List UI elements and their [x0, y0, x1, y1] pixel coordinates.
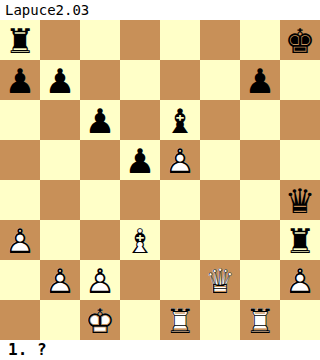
square-f1[interactable]	[200, 300, 240, 340]
square-h4[interactable]: ♛	[280, 180, 320, 220]
square-e1[interactable]: ♜♖	[160, 300, 200, 340]
square-e8[interactable]	[160, 20, 200, 60]
black-bishop[interactable]: ♝	[160, 100, 200, 140]
piece-glyph: ♟	[0, 60, 40, 100]
piece-glyph-outline: ♖	[240, 300, 280, 340]
black-rook[interactable]: ♜	[280, 220, 320, 260]
piece-glyph: ♟	[80, 100, 120, 140]
chess-program-window: Lapuce2.03 ♜♚♟♟♟♟♝♟♟♙♛♟♙♝♗♜♟♙♟♙♛♕♟♙♚♔♜♖♜…	[0, 0, 320, 360]
square-h7[interactable]	[280, 60, 320, 100]
square-h1[interactable]	[280, 300, 320, 340]
square-h2[interactable]: ♟♙	[280, 260, 320, 300]
square-a1[interactable]	[0, 300, 40, 340]
square-g5[interactable]	[240, 140, 280, 180]
piece-glyph: ♟	[40, 60, 80, 100]
black-pawn[interactable]: ♟	[40, 60, 80, 100]
square-b5[interactable]	[40, 140, 80, 180]
square-f5[interactable]	[200, 140, 240, 180]
square-f7[interactable]	[200, 60, 240, 100]
square-g1[interactable]: ♜♖	[240, 300, 280, 340]
square-a3[interactable]: ♟♙	[0, 220, 40, 260]
piece-glyph-outline: ♔	[80, 300, 120, 340]
piece-glyph-outline: ♗	[120, 220, 160, 260]
piece-glyph-outline: ♖	[160, 300, 200, 340]
square-b8[interactable]	[40, 20, 80, 60]
piece-glyph-outline: ♙	[280, 260, 320, 300]
chess-board: ♜♚♟♟♟♟♝♟♟♙♛♟♙♝♗♜♟♙♟♙♛♕♟♙♚♔♜♖♜♖	[0, 20, 320, 340]
white-queen[interactable]: ♛♕	[200, 260, 240, 300]
square-e7[interactable]	[160, 60, 200, 100]
black-pawn[interactable]: ♟	[0, 60, 40, 100]
square-a6[interactable]	[0, 100, 40, 140]
square-d4[interactable]	[120, 180, 160, 220]
square-g2[interactable]	[240, 260, 280, 300]
move-prompt: 1. ?	[0, 340, 320, 360]
square-c3[interactable]	[80, 220, 120, 260]
square-g7[interactable]: ♟	[240, 60, 280, 100]
square-f6[interactable]	[200, 100, 240, 140]
black-king[interactable]: ♚	[280, 20, 320, 60]
square-a2[interactable]	[0, 260, 40, 300]
piece-glyph: ♟	[120, 140, 160, 180]
square-b6[interactable]	[40, 100, 80, 140]
square-d7[interactable]	[120, 60, 160, 100]
square-a8[interactable]: ♜	[0, 20, 40, 60]
square-h3[interactable]: ♜	[280, 220, 320, 260]
white-pawn[interactable]: ♟♙	[280, 260, 320, 300]
white-bishop[interactable]: ♝♗	[120, 220, 160, 260]
square-g4[interactable]	[240, 180, 280, 220]
square-a5[interactable]	[0, 140, 40, 180]
square-f2[interactable]: ♛♕	[200, 260, 240, 300]
square-d5[interactable]: ♟	[120, 140, 160, 180]
white-rook[interactable]: ♜♖	[240, 300, 280, 340]
square-h5[interactable]	[280, 140, 320, 180]
square-e5[interactable]: ♟♙	[160, 140, 200, 180]
white-pawn[interactable]: ♟♙	[80, 260, 120, 300]
square-b3[interactable]	[40, 220, 80, 260]
square-c8[interactable]	[80, 20, 120, 60]
piece-glyph-outline: ♙	[0, 220, 40, 260]
piece-glyph: ♟	[240, 60, 280, 100]
square-h8[interactable]: ♚	[280, 20, 320, 60]
square-b2[interactable]: ♟♙	[40, 260, 80, 300]
piece-glyph-outline: ♙	[160, 140, 200, 180]
piece-glyph: ♜	[280, 220, 320, 260]
white-pawn[interactable]: ♟♙	[40, 260, 80, 300]
square-d6[interactable]	[120, 100, 160, 140]
square-a4[interactable]	[0, 180, 40, 220]
black-pawn[interactable]: ♟	[240, 60, 280, 100]
black-rook[interactable]: ♜	[0, 20, 40, 60]
white-king[interactable]: ♚♔	[80, 300, 120, 340]
square-e3[interactable]	[160, 220, 200, 260]
white-pawn[interactable]: ♟♙	[0, 220, 40, 260]
square-d3[interactable]: ♝♗	[120, 220, 160, 260]
black-queen[interactable]: ♛	[280, 180, 320, 220]
piece-glyph-outline: ♙	[80, 260, 120, 300]
square-c6[interactable]: ♟	[80, 100, 120, 140]
square-e4[interactable]	[160, 180, 200, 220]
square-d2[interactable]	[120, 260, 160, 300]
square-c1[interactable]: ♚♔	[80, 300, 120, 340]
piece-glyph: ♛	[280, 180, 320, 220]
square-c4[interactable]	[80, 180, 120, 220]
white-rook[interactable]: ♜♖	[160, 300, 200, 340]
program-title: Lapuce2.03	[0, 0, 320, 20]
square-c5[interactable]	[80, 140, 120, 180]
square-b4[interactable]	[40, 180, 80, 220]
square-b1[interactable]	[40, 300, 80, 340]
piece-glyph: ♝	[160, 100, 200, 140]
square-h6[interactable]	[280, 100, 320, 140]
black-pawn[interactable]: ♟	[80, 100, 120, 140]
white-pawn[interactable]: ♟♙	[160, 140, 200, 180]
square-g6[interactable]	[240, 100, 280, 140]
square-d8[interactable]	[120, 20, 160, 60]
square-a7[interactable]: ♟	[0, 60, 40, 100]
square-c2[interactable]: ♟♙	[80, 260, 120, 300]
square-f4[interactable]	[200, 180, 240, 220]
piece-glyph: ♚	[280, 20, 320, 60]
square-e6[interactable]: ♝	[160, 100, 200, 140]
square-g3[interactable]	[240, 220, 280, 260]
square-f8[interactable]	[200, 20, 240, 60]
square-f3[interactable]	[200, 220, 240, 260]
square-g8[interactable]	[240, 20, 280, 60]
square-d1[interactable]	[120, 300, 160, 340]
piece-glyph: ♜	[0, 20, 40, 60]
black-pawn[interactable]: ♟	[120, 140, 160, 180]
square-b7[interactable]: ♟	[40, 60, 80, 100]
square-e2[interactable]	[160, 260, 200, 300]
piece-glyph-outline: ♙	[40, 260, 80, 300]
square-c7[interactable]	[80, 60, 120, 100]
piece-glyph-outline: ♕	[200, 260, 240, 300]
